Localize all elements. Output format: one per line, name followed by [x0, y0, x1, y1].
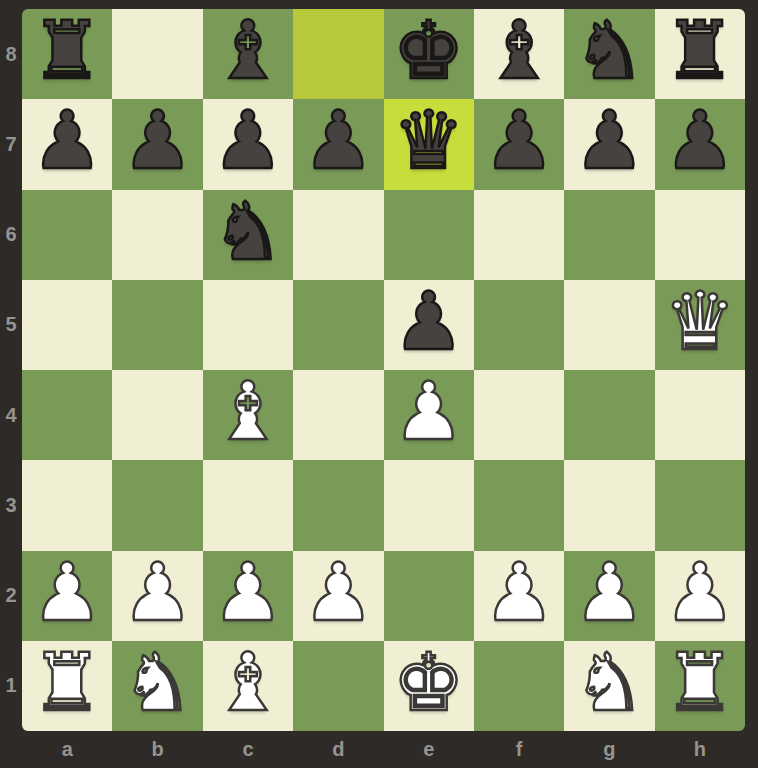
- piece-black-pawn[interactable]: ♟: [393, 282, 465, 362]
- piece-black-queen[interactable]: ♛: [393, 101, 465, 181]
- square-a5[interactable]: [22, 280, 112, 370]
- square-c7[interactable]: ♟: [203, 99, 293, 189]
- square-d2[interactable]: ♟: [293, 551, 383, 641]
- square-h2[interactable]: ♟: [655, 551, 745, 641]
- square-f6[interactable]: [474, 190, 564, 280]
- square-h7[interactable]: ♟: [655, 99, 745, 189]
- square-e5[interactable]: ♟: [384, 280, 474, 370]
- piece-white-pawn[interactable]: ♟: [664, 553, 736, 633]
- square-g7[interactable]: ♟: [564, 99, 654, 189]
- piece-white-bishop[interactable]: ♝: [212, 372, 284, 452]
- file-label-g: g: [564, 730, 654, 768]
- square-a1[interactable]: ♜: [22, 641, 112, 731]
- piece-black-bishop[interactable]: ♝: [212, 11, 284, 91]
- square-a2[interactable]: ♟: [22, 551, 112, 641]
- square-d7[interactable]: ♟: [293, 99, 383, 189]
- file-label-c: c: [203, 730, 293, 768]
- piece-white-rook[interactable]: ♜: [31, 643, 103, 723]
- square-b3[interactable]: [112, 460, 202, 550]
- square-e8[interactable]: ♚: [384, 9, 474, 99]
- piece-white-knight[interactable]: ♞: [574, 643, 646, 723]
- piece-black-pawn[interactable]: ♟: [122, 101, 194, 181]
- square-h3[interactable]: [655, 460, 745, 550]
- square-g6[interactable]: [564, 190, 654, 280]
- square-h1[interactable]: ♜: [655, 641, 745, 731]
- square-e6[interactable]: [384, 190, 474, 280]
- piece-white-pawn[interactable]: ♟: [302, 553, 374, 633]
- square-a7[interactable]: ♟: [22, 99, 112, 189]
- square-b4[interactable]: [112, 370, 202, 460]
- square-d3[interactable]: [293, 460, 383, 550]
- square-g8[interactable]: ♞: [564, 9, 654, 99]
- square-c8[interactable]: ♝: [203, 9, 293, 99]
- square-d4[interactable]: [293, 370, 383, 460]
- square-c2[interactable]: ♟: [203, 551, 293, 641]
- square-f2[interactable]: ♟: [474, 551, 564, 641]
- square-h5[interactable]: ♛: [655, 280, 745, 370]
- piece-black-pawn[interactable]: ♟: [574, 101, 646, 181]
- square-b1[interactable]: ♞: [112, 641, 202, 731]
- square-e2[interactable]: [384, 551, 474, 641]
- chess-board[interactable]: ♜♝♚♝♞♜♟♟♟♟♛♟♟♟♞♟♛♝♟♟♟♟♟♟♟♟♜♞♝♚♞♜: [22, 9, 745, 731]
- piece-black-pawn[interactable]: ♟: [31, 101, 103, 181]
- square-c5[interactable]: [203, 280, 293, 370]
- square-b7[interactable]: ♟: [112, 99, 202, 189]
- square-b2[interactable]: ♟: [112, 551, 202, 641]
- piece-white-bishop[interactable]: ♝: [212, 643, 284, 723]
- piece-black-rook[interactable]: ♜: [31, 11, 103, 91]
- square-g3[interactable]: [564, 460, 654, 550]
- square-f8[interactable]: ♝: [474, 9, 564, 99]
- file-label-e: e: [384, 730, 474, 768]
- file-label-h: h: [655, 730, 745, 768]
- square-d5[interactable]: [293, 280, 383, 370]
- square-b5[interactable]: [112, 280, 202, 370]
- square-h8[interactable]: ♜: [655, 9, 745, 99]
- rank-label-5: 5: [0, 280, 22, 370]
- square-g1[interactable]: ♞: [564, 641, 654, 731]
- square-d6[interactable]: [293, 190, 383, 280]
- rank-label-7: 7: [0, 99, 22, 189]
- piece-white-pawn[interactable]: ♟: [574, 553, 646, 633]
- square-b6[interactable]: [112, 190, 202, 280]
- square-a6[interactable]: [22, 190, 112, 280]
- rank-label-6: 6: [0, 190, 22, 280]
- piece-white-queen[interactable]: ♛: [664, 282, 736, 362]
- piece-black-knight[interactable]: ♞: [574, 11, 646, 91]
- file-labels: abcdefgh: [22, 730, 745, 768]
- file-label-f: f: [474, 730, 564, 768]
- square-c6[interactable]: ♞: [203, 190, 293, 280]
- square-e1[interactable]: ♚: [384, 641, 474, 731]
- square-e3[interactable]: [384, 460, 474, 550]
- piece-black-bishop[interactable]: ♝: [483, 11, 555, 91]
- rank-label-3: 3: [0, 460, 22, 550]
- rank-label-4: 4: [0, 370, 22, 460]
- square-d8[interactable]: [293, 9, 383, 99]
- rank-label-2: 2: [0, 551, 22, 641]
- piece-black-pawn[interactable]: ♟: [212, 101, 284, 181]
- square-h4[interactable]: [655, 370, 745, 460]
- square-g2[interactable]: ♟: [564, 551, 654, 641]
- piece-white-pawn[interactable]: ♟: [393, 372, 465, 452]
- square-h6[interactable]: [655, 190, 745, 280]
- square-g4[interactable]: [564, 370, 654, 460]
- piece-black-pawn[interactable]: ♟: [483, 101, 555, 181]
- square-e7[interactable]: ♛: [384, 99, 474, 189]
- square-c3[interactable]: [203, 460, 293, 550]
- square-c4[interactable]: ♝: [203, 370, 293, 460]
- piece-white-pawn[interactable]: ♟: [122, 553, 194, 633]
- square-c1[interactable]: ♝: [203, 641, 293, 731]
- piece-white-king[interactable]: ♚: [393, 643, 465, 723]
- square-f7[interactable]: ♟: [474, 99, 564, 189]
- rank-label-8: 8: [0, 9, 22, 99]
- square-f4[interactable]: [474, 370, 564, 460]
- square-d1[interactable]: [293, 641, 383, 731]
- square-a3[interactable]: [22, 460, 112, 550]
- square-a4[interactable]: [22, 370, 112, 460]
- square-f3[interactable]: [474, 460, 564, 550]
- piece-white-pawn[interactable]: ♟: [31, 553, 103, 633]
- file-label-d: d: [293, 730, 383, 768]
- square-b8[interactable]: [112, 9, 202, 99]
- square-f5[interactable]: [474, 280, 564, 370]
- piece-white-pawn[interactable]: ♟: [483, 553, 555, 633]
- piece-black-pawn[interactable]: ♟: [302, 101, 374, 181]
- file-label-b: b: [112, 730, 202, 768]
- square-f1[interactable]: [474, 641, 564, 731]
- rank-labels: 87654321: [0, 9, 22, 731]
- square-a8[interactable]: ♜: [22, 9, 112, 99]
- piece-black-king[interactable]: ♚: [393, 11, 465, 91]
- square-g5[interactable]: [564, 280, 654, 370]
- file-label-a: a: [22, 730, 112, 768]
- rank-label-1: 1: [0, 641, 22, 731]
- piece-black-pawn[interactable]: ♟: [664, 101, 736, 181]
- piece-white-knight[interactable]: ♞: [122, 643, 194, 723]
- piece-black-rook[interactable]: ♜: [664, 11, 736, 91]
- piece-black-knight[interactable]: ♞: [212, 192, 284, 272]
- piece-white-rook[interactable]: ♜: [664, 643, 736, 723]
- piece-white-pawn[interactable]: ♟: [212, 553, 284, 633]
- square-e4[interactable]: ♟: [384, 370, 474, 460]
- chess-app-window: 87654321 ♜♝♚♝♞♜♟♟♟♟♛♟♟♟♞♟♛♝♟♟♟♟♟♟♟♟♜♞♝♚♞…: [0, 0, 758, 768]
